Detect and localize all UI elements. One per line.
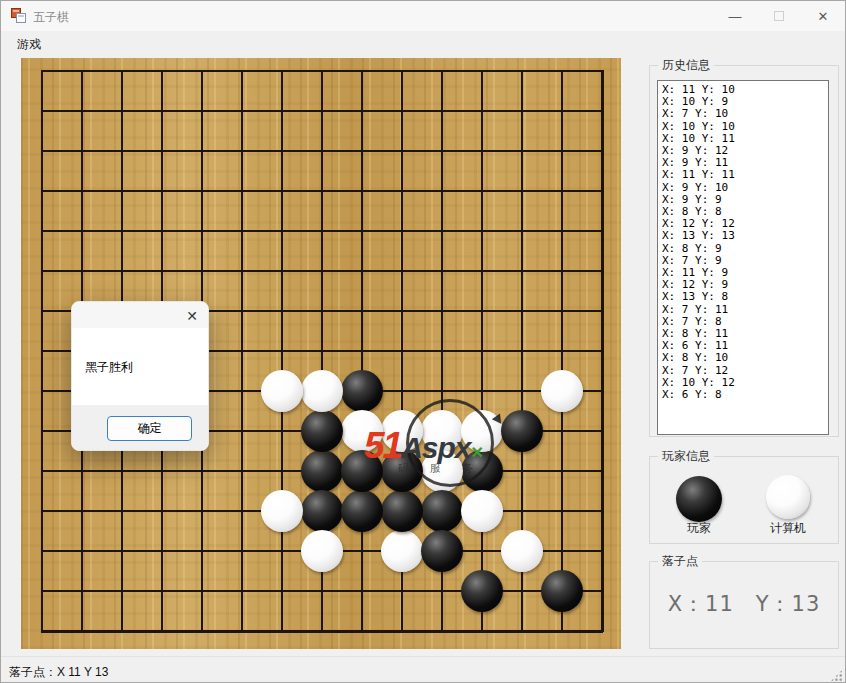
history-item[interactable]: X: 7 Y: 10 — [662, 108, 828, 120]
grid-line-vertical — [561, 70, 563, 632]
white-stone — [301, 530, 343, 572]
dialog-title-bar: ✕ — [72, 302, 208, 328]
maximize-icon — [774, 11, 784, 21]
minimize-button[interactable]: — — [713, 1, 757, 31]
white-stone — [461, 490, 503, 532]
white-stone — [261, 370, 303, 412]
computer-label: 计算机 — [758, 520, 818, 537]
white-stone — [421, 450, 463, 492]
ok-button[interactable]: 确定 — [107, 416, 192, 441]
menu-bar: 游戏 — [1, 31, 845, 56]
app-icon-front-window — [16, 13, 26, 23]
black-stone — [341, 370, 383, 412]
history-item[interactable]: X: 8 Y: 10 — [662, 352, 828, 364]
black-stone — [341, 450, 383, 492]
black-stone — [301, 490, 343, 532]
last-move-groupbox: 落子点 X：11 Y：13 — [649, 561, 839, 649]
last-move-coordinates: X：11 Y：13 — [650, 590, 838, 618]
history-item[interactable]: X: 13 Y: 13 — [662, 230, 828, 242]
black-stone — [421, 490, 463, 532]
history-listbox[interactable]: X: 11 Y: 10X: 10 Y: 9X: 7 Y: 10X: 10 Y: … — [657, 80, 829, 435]
history-item[interactable]: X: 8 Y: 9 — [662, 243, 828, 255]
window-title: 五子棋 — [33, 9, 69, 26]
black-stone — [461, 570, 503, 612]
last-move-x: X：11 — [668, 590, 734, 618]
black-stone — [541, 570, 583, 612]
history-item[interactable]: X: 13 Y: 8 — [662, 291, 828, 303]
status-bar: 落子点：X 11 Y 13 — [1, 656, 845, 683]
history-group-title: 历史信息 — [658, 57, 714, 74]
black-stone — [301, 410, 343, 452]
white-stone — [381, 410, 423, 452]
black-stone — [501, 410, 543, 452]
players-group-title: 玩家信息 — [658, 448, 714, 465]
black-stone — [301, 450, 343, 492]
grid-line-vertical — [481, 70, 483, 632]
white-stone — [541, 370, 583, 412]
app-icon — [11, 8, 27, 24]
black-stone — [461, 450, 503, 492]
dialog-message: 黑子胜利 — [85, 359, 133, 376]
last-move-y: Y：13 — [756, 590, 821, 618]
grid-line-vertical — [601, 70, 604, 632]
white-stone — [261, 490, 303, 532]
black-stone — [381, 450, 423, 492]
grid-line-horizontal — [41, 630, 603, 633]
black-stone — [421, 530, 463, 572]
app-window: 五子棋 — ✕ 游戏 51Aspx✕ 码 服 务 历史信息 X: 11 Y: 1… — [0, 0, 846, 683]
maximize-button — [757, 1, 801, 31]
player-label: 玩家 — [669, 520, 729, 537]
last-move-group-title: 落子点 — [658, 553, 702, 570]
title-bar: 五子棋 — ✕ — [1, 1, 845, 31]
grid-line-horizontal — [41, 590, 603, 592]
resize-grip-icon[interactable] — [830, 669, 843, 682]
white-stone — [501, 530, 543, 572]
white-stone — [341, 410, 383, 452]
status-text: 落子点：X 11 Y 13 — [9, 664, 108, 681]
dialog-close-icon[interactable]: ✕ — [183, 307, 201, 325]
history-groupbox: 历史信息 X: 11 Y: 10X: 10 Y: 9X: 7 Y: 10X: 1… — [649, 65, 839, 437]
white-stone — [301, 370, 343, 412]
white-stone — [421, 410, 463, 452]
player-black-stone-icon — [676, 476, 722, 522]
computer-white-stone-icon — [766, 475, 810, 519]
history-item[interactable]: X: 11 Y: 11 — [662, 169, 828, 181]
players-groupbox: 玩家信息 玩家 计算机 — [649, 456, 839, 544]
black-stone — [341, 490, 383, 532]
white-stone — [381, 530, 423, 572]
win-dialog: ✕ 黑子胜利 确定 — [71, 301, 209, 451]
history-item[interactable]: X: 6 Y: 8 — [662, 389, 828, 401]
history-item[interactable]: X: 10 Y: 10 — [662, 121, 828, 133]
white-stone — [461, 410, 503, 452]
close-button[interactable]: ✕ — [801, 1, 845, 31]
dialog-footer: 确定 — [72, 405, 208, 450]
black-stone — [381, 490, 423, 532]
history-item[interactable]: X: 9 Y: 10 — [662, 182, 828, 194]
menu-item-game[interactable]: 游戏 — [9, 33, 49, 56]
grid-line-vertical — [361, 70, 363, 632]
